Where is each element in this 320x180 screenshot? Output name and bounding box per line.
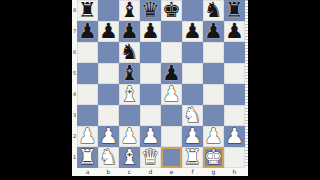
square-a4[interactable] <box>77 84 98 105</box>
square-h4[interactable] <box>224 84 245 105</box>
file-label-a: a <box>77 168 98 176</box>
square-f4[interactable] <box>182 84 203 105</box>
white-pawn-piece: ♟ <box>78 126 97 147</box>
square-d2[interactable]: ♟ <box>140 126 161 147</box>
file-label-g: g <box>203 168 224 176</box>
square-g5[interactable] <box>203 63 224 84</box>
square-h3[interactable] <box>224 105 245 126</box>
square-e3[interactable] <box>161 105 182 126</box>
white-pawn-piece: ♟ <box>225 126 244 147</box>
white-pawn-piece: ♟ <box>204 126 223 147</box>
right-edge-strip <box>245 0 248 168</box>
square-f8[interactable] <box>182 0 203 21</box>
black-pawn-piece: ♟ <box>120 21 139 42</box>
square-g2[interactable]: ♟ <box>203 126 224 147</box>
square-e7[interactable] <box>161 21 182 42</box>
white-knight-piece: ♞ <box>183 105 202 126</box>
square-e2[interactable] <box>161 126 182 147</box>
square-d1[interactable]: ♛ <box>140 147 161 168</box>
square-b3[interactable] <box>98 105 119 126</box>
white-pawn-piece: ♟ <box>99 126 118 147</box>
square-g3[interactable] <box>203 105 224 126</box>
white-bishop-piece: ♝ <box>120 84 139 105</box>
square-e4[interactable]: ♟ <box>161 84 182 105</box>
square-b6[interactable] <box>98 42 119 63</box>
video-frame: 87654321 ♜♝♛♚♞♜♟♟♟♟♟♟♟♞♝♟♝♟♞♟♟♟♟♟♟♟♜♞♝♛♜… <box>0 0 320 180</box>
black-king-piece: ♚ <box>162 0 181 21</box>
square-d3[interactable] <box>140 105 161 126</box>
square-d5[interactable] <box>140 63 161 84</box>
white-pawn-piece: ♟ <box>162 84 181 105</box>
square-d7[interactable]: ♟ <box>140 21 161 42</box>
square-h1[interactable] <box>224 147 245 168</box>
square-e5[interactable]: ♟ <box>161 63 182 84</box>
square-c8[interactable]: ♝ <box>119 0 140 21</box>
square-c4[interactable]: ♝ <box>119 84 140 105</box>
square-f6[interactable] <box>182 42 203 63</box>
black-knight-piece: ♞ <box>204 0 223 21</box>
black-rook-piece: ♜ <box>78 0 97 21</box>
square-a7[interactable]: ♟ <box>77 21 98 42</box>
square-e1[interactable] <box>161 147 182 168</box>
file-label-d: d <box>140 168 161 176</box>
square-f5[interactable] <box>182 63 203 84</box>
square-c1[interactable]: ♝ <box>119 147 140 168</box>
square-c5[interactable]: ♝ <box>119 63 140 84</box>
square-d4[interactable] <box>140 84 161 105</box>
square-b2[interactable]: ♟ <box>98 126 119 147</box>
black-pawn-piece: ♟ <box>162 63 181 84</box>
chess-board: ♜♝♛♚♞♜♟♟♟♟♟♟♟♞♝♟♝♟♞♟♟♟♟♟♟♟♜♞♝♛♜♚ <box>77 0 245 168</box>
square-b4[interactable] <box>98 84 119 105</box>
black-pawn-piece: ♟ <box>141 21 160 42</box>
square-c3[interactable] <box>119 105 140 126</box>
square-d6[interactable] <box>140 42 161 63</box>
square-a5[interactable] <box>77 63 98 84</box>
file-label-e: e <box>161 168 182 176</box>
white-pawn-piece: ♟ <box>120 126 139 147</box>
file-labels: abcdefgh <box>72 168 248 176</box>
black-pawn-piece: ♟ <box>225 21 244 42</box>
square-f2[interactable]: ♟ <box>182 126 203 147</box>
white-rook-piece: ♜ <box>78 147 97 168</box>
square-b8[interactable] <box>98 0 119 21</box>
square-h8[interactable]: ♜ <box>224 0 245 21</box>
square-f1[interactable]: ♜ <box>182 147 203 168</box>
black-pawn-piece: ♟ <box>204 21 223 42</box>
black-bishop-piece: ♝ <box>120 63 139 84</box>
square-d8[interactable]: ♛ <box>140 0 161 21</box>
white-queen-piece: ♛ <box>141 147 160 168</box>
white-knight-piece: ♞ <box>99 147 118 168</box>
square-c6[interactable]: ♞ <box>119 42 140 63</box>
black-pawn-piece: ♟ <box>183 21 202 42</box>
file-label-b: b <box>98 168 119 176</box>
white-king-piece: ♚ <box>204 147 223 168</box>
square-c2[interactable]: ♟ <box>119 126 140 147</box>
file-label-c: c <box>119 168 140 176</box>
white-pawn-piece: ♟ <box>183 126 202 147</box>
square-b5[interactable] <box>98 63 119 84</box>
white-pawn-piece: ♟ <box>141 126 160 147</box>
square-f3[interactable]: ♞ <box>182 105 203 126</box>
white-rook-piece: ♜ <box>183 147 202 168</box>
square-g6[interactable] <box>203 42 224 63</box>
black-pawn-piece: ♟ <box>99 21 118 42</box>
file-label-f: f <box>182 168 203 176</box>
black-rook-piece: ♜ <box>225 0 244 21</box>
square-b7[interactable]: ♟ <box>98 21 119 42</box>
square-a8[interactable]: ♜ <box>77 0 98 21</box>
black-queen-piece: ♛ <box>141 0 160 21</box>
square-a2[interactable]: ♟ <box>77 126 98 147</box>
square-g7[interactable]: ♟ <box>203 21 224 42</box>
chess-board-area: 87654321 ♜♝♛♚♞♜♟♟♟♟♟♟♟♞♝♟♝♟♞♟♟♟♟♟♟♟♜♞♝♛♜… <box>72 0 248 176</box>
black-bishop-piece: ♝ <box>120 0 139 21</box>
black-knight-piece: ♞ <box>120 42 139 63</box>
square-g4[interactable] <box>203 84 224 105</box>
square-g8[interactable]: ♞ <box>203 0 224 21</box>
square-e6[interactable] <box>161 42 182 63</box>
square-e8[interactable]: ♚ <box>161 0 182 21</box>
white-bishop-piece: ♝ <box>120 147 139 168</box>
square-a1[interactable]: ♜ <box>77 147 98 168</box>
square-b1[interactable]: ♞ <box>98 147 119 168</box>
square-h2[interactable]: ♟ <box>224 126 245 147</box>
square-h5[interactable] <box>224 63 245 84</box>
square-h6[interactable] <box>224 42 245 63</box>
square-a3[interactable] <box>77 105 98 126</box>
black-pawn-piece: ♟ <box>78 21 97 42</box>
square-f7[interactable]: ♟ <box>182 21 203 42</box>
square-h7[interactable]: ♟ <box>224 21 245 42</box>
square-c7[interactable]: ♟ <box>119 21 140 42</box>
square-g1[interactable]: ♚ <box>203 147 224 168</box>
file-label-h: h <box>224 168 245 176</box>
square-a6[interactable] <box>77 42 98 63</box>
